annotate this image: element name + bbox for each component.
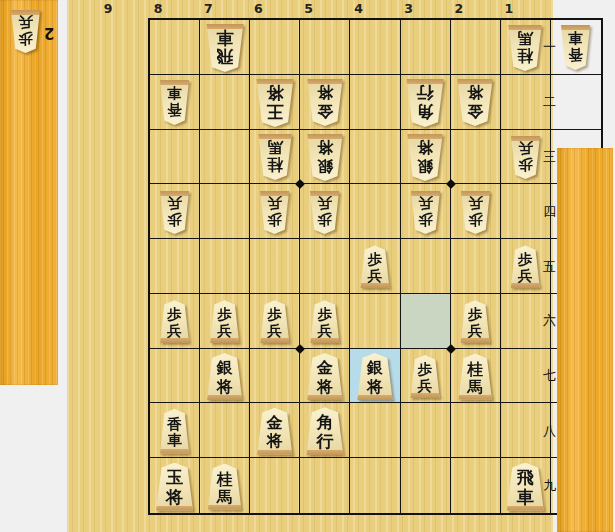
piece-kanji: 歩 [268, 305, 283, 322]
square-52[interactable] [350, 75, 400, 130]
square-28[interactable] [501, 403, 551, 458]
piece-kanji: 車 [167, 431, 182, 448]
piece-kanji: 車 [517, 487, 534, 506]
square-37[interactable]: 桂馬 [451, 349, 501, 404]
piece-kanji: 銀 [367, 358, 383, 376]
piece-kanji: 歩 [318, 212, 333, 229]
square-91[interactable] [150, 20, 200, 75]
piece-kanji: 兵 [217, 322, 232, 339]
square-45[interactable] [401, 239, 451, 294]
square-61[interactable] [300, 20, 350, 75]
sente-pawn[interactable]: 歩兵 [208, 300, 241, 343]
square-53[interactable] [350, 130, 400, 185]
piece-kanji: 兵 [418, 195, 433, 212]
file-label-4: 4 [354, 1, 363, 16]
square-79[interactable] [250, 458, 300, 513]
sente-silver[interactable]: 銀将 [355, 353, 395, 400]
piece-kanji: 歩 [318, 305, 333, 322]
square-76[interactable]: 歩兵 [250, 294, 300, 349]
square-66[interactable]: 歩兵 [300, 294, 350, 349]
square-12[interactable] [551, 75, 601, 130]
square-86[interactable]: 歩兵 [200, 294, 250, 349]
piece-kanji: 歩 [167, 212, 182, 229]
square-34[interactable]: 歩兵 [451, 184, 501, 239]
piece-kanji: 銀 [317, 157, 333, 175]
piece-kanji: 馬 [467, 377, 483, 395]
piece-kanji: 将 [317, 84, 333, 102]
piece-kanji: 歩 [217, 305, 232, 322]
piece-kanji: 銀 [217, 358, 233, 376]
file-label-2: 2 [454, 1, 463, 16]
piece-kanji: 将 [267, 431, 283, 449]
square-31[interactable] [451, 20, 501, 75]
file-label-6: 6 [254, 1, 263, 16]
square-55[interactable]: 歩兵 [350, 239, 400, 294]
square-84[interactable] [200, 184, 250, 239]
square-51[interactable] [350, 20, 400, 75]
piece-kanji: 兵 [368, 267, 383, 284]
gote-pawn[interactable]: 歩兵 [258, 191, 291, 234]
square-64[interactable]: 歩兵 [300, 184, 350, 239]
square-54[interactable] [350, 184, 400, 239]
piece-kanji: 香 [569, 48, 584, 65]
square-27[interactable] [501, 349, 551, 404]
square-93[interactable] [150, 130, 200, 185]
piece-kanji: 桂 [518, 48, 534, 66]
square-43[interactable]: 銀将 [401, 130, 451, 185]
sente-pawn[interactable]: 歩兵 [258, 300, 291, 343]
sente-gold[interactable]: 金将 [305, 353, 345, 400]
gote-lance[interactable]: 香車 [158, 80, 191, 125]
gote-pawn[interactable]: 歩兵 [158, 191, 191, 234]
square-25[interactable]: 歩兵 [501, 239, 551, 294]
sente-knight[interactable]: 桂馬 [456, 354, 494, 400]
sente-rook[interactable]: 飛車 [504, 463, 546, 511]
piece-kanji: 香 [167, 103, 182, 120]
piece-kanji: 兵 [268, 322, 283, 339]
square-23[interactable]: 歩兵 [501, 130, 551, 185]
gote-lance[interactable]: 香車 [559, 25, 592, 70]
piece-kanji: 行 [316, 431, 333, 450]
gote-gold[interactable]: 金将 [305, 79, 345, 126]
shogi-board: 987654321 一二三四五六七八九 飛車桂馬香車香車王将金将角行金将桂馬銀将… [67, 0, 553, 532]
square-22[interactable] [501, 75, 551, 130]
square-68[interactable]: 角行 [300, 403, 350, 458]
sente-knight[interactable]: 桂馬 [206, 464, 244, 510]
square-97[interactable] [150, 349, 200, 404]
piece-kanji: 銀 [417, 157, 433, 175]
piece-kanji: 桂 [467, 359, 483, 377]
piece-kanji: 金 [317, 358, 333, 376]
piece-kanji: 馬 [267, 140, 283, 158]
gote-hand-pawn-count: 2 [44, 24, 54, 42]
gote-pawn[interactable]: 歩兵 [459, 191, 492, 234]
sente-bishop[interactable]: 角行 [304, 407, 346, 455]
square-82[interactable] [200, 75, 250, 130]
piece-kanji: 歩 [268, 212, 283, 229]
square-94[interactable]: 歩兵 [150, 184, 200, 239]
piece-kanji: 歩 [468, 305, 483, 322]
gote-bishop[interactable]: 角行 [404, 79, 446, 127]
piece-kanji: 将 [317, 139, 333, 157]
piece-kanji: 将 [367, 377, 383, 395]
file-label-1: 1 [505, 1, 514, 16]
gote-pawn[interactable]: 歩兵 [509, 136, 542, 179]
square-46-last-move-origin[interactable] [401, 294, 451, 349]
square-85[interactable] [200, 239, 250, 294]
square-32[interactable]: 金将 [451, 75, 501, 130]
square-98[interactable]: 香車 [150, 403, 200, 458]
piece-kanji: 歩 [468, 212, 483, 229]
piece-kanji: 将 [317, 377, 333, 395]
square-95[interactable] [150, 239, 200, 294]
gote-silver[interactable]: 銀将 [305, 134, 345, 181]
square-71[interactable] [250, 20, 300, 75]
sente-pawn[interactable]: 歩兵 [158, 300, 191, 343]
square-62[interactable]: 金将 [300, 75, 350, 130]
piece-kanji: 歩 [518, 250, 533, 267]
square-73[interactable]: 桂馬 [250, 130, 300, 185]
piece-kanji: 兵 [18, 15, 33, 32]
piece-kanji: 金 [267, 413, 283, 431]
piece-kanji: 角 [417, 103, 434, 122]
file-label-5: 5 [304, 1, 313, 16]
piece-kanji: 車 [167, 86, 182, 103]
gote-knight[interactable]: 桂馬 [256, 134, 294, 180]
gote-gold[interactable]: 金将 [455, 79, 495, 126]
sente-pawn[interactable]: 歩兵 [308, 300, 341, 343]
square-11[interactable]: 香車 [551, 20, 601, 75]
square-41[interactable] [401, 20, 451, 75]
piece-kanji: 歩 [167, 305, 182, 322]
piece-kanji: 金 [467, 103, 483, 121]
gote-knight[interactable]: 桂馬 [506, 25, 544, 71]
piece-kanji: 歩 [518, 157, 533, 174]
square-83[interactable] [200, 130, 250, 185]
piece-kanji: 角 [316, 412, 333, 431]
square-48[interactable] [401, 403, 451, 458]
square-56[interactable] [350, 294, 400, 349]
gote-rook[interactable]: 飛車 [204, 24, 246, 72]
piece-kanji: 将 [217, 377, 233, 395]
gote-pawn[interactable]: 歩兵 [9, 10, 42, 53]
square-74[interactable]: 歩兵 [250, 184, 300, 239]
square-81[interactable]: 飛車 [200, 20, 250, 75]
piece-kanji: 将 [166, 487, 183, 506]
square-69[interactable] [300, 458, 350, 513]
sente-pawn[interactable]: 歩兵 [459, 300, 492, 343]
square-49[interactable] [401, 458, 451, 513]
file-label-8: 8 [154, 1, 163, 16]
square-47[interactable]: 歩兵 [401, 349, 451, 404]
piece-kanji: 行 [417, 83, 434, 102]
square-88[interactable] [200, 403, 250, 458]
piece-kanji: 車 [216, 29, 233, 48]
sente-silver[interactable]: 銀将 [205, 353, 245, 400]
gote-hand-pawn[interactable]: 歩兵 [9, 8, 42, 53]
square-59[interactable] [350, 458, 400, 513]
file-label-9: 9 [104, 1, 113, 16]
square-65[interactable] [300, 239, 350, 294]
piece-kanji: 歩 [418, 360, 433, 377]
square-57-last-move-destination[interactable]: 銀将 [350, 349, 400, 404]
piece-kanji: 歩 [18, 32, 33, 49]
piece-kanji: 歩 [418, 212, 433, 229]
piece-kanji: 兵 [518, 267, 533, 284]
square-87[interactable]: 銀将 [200, 349, 250, 404]
square-38[interactable] [451, 403, 501, 458]
square-21[interactable]: 桂馬 [501, 20, 551, 75]
square-63[interactable]: 銀将 [300, 130, 350, 185]
gote-pawn[interactable]: 歩兵 [409, 191, 442, 234]
piece-kanji: 将 [417, 139, 433, 157]
piece-kanji: 車 [569, 31, 584, 48]
gote-pawn[interactable]: 歩兵 [308, 191, 341, 234]
square-77[interactable] [250, 349, 300, 404]
piece-kanji: 玉 [166, 467, 183, 486]
piece-kanji: 桂 [217, 469, 233, 487]
piece-kanji: 桂 [267, 157, 283, 175]
piece-kanji: 飛 [517, 467, 534, 486]
piece-kanji: 馬 [217, 487, 233, 505]
square-75[interactable] [250, 239, 300, 294]
square-96[interactable]: 歩兵 [150, 294, 200, 349]
square-58[interactable] [350, 403, 400, 458]
file-label-7: 7 [204, 1, 213, 16]
piece-kanji: 飛 [216, 48, 233, 67]
sente-pawn[interactable]: 歩兵 [409, 355, 442, 398]
piece-kanji: 馬 [518, 30, 534, 48]
square-67[interactable]: 金将 [300, 349, 350, 404]
square-44[interactable]: 歩兵 [401, 184, 451, 239]
file-label-3: 3 [404, 1, 413, 16]
square-78[interactable]: 金将 [250, 403, 300, 458]
piece-kanji: 兵 [268, 195, 283, 212]
piece-kanji: 兵 [318, 195, 333, 212]
gote-komadai: 歩兵2 [0, 0, 58, 385]
piece-kanji: 兵 [167, 195, 182, 212]
piece-kanji: 兵 [468, 322, 483, 339]
square-42[interactable]: 角行 [401, 75, 451, 130]
square-29[interactable]: 飛車 [501, 458, 551, 513]
square-99[interactable]: 玉将 [150, 458, 200, 513]
piece-kanji: 兵 [318, 322, 333, 339]
piece-kanji: 兵 [167, 322, 182, 339]
sente-pawn[interactable]: 歩兵 [358, 245, 391, 288]
square-89[interactable]: 桂馬 [200, 458, 250, 513]
piece-kanji: 金 [317, 103, 333, 121]
piece-kanji: 兵 [518, 141, 533, 158]
sente-gold[interactable]: 金将 [255, 408, 295, 455]
piece-kanji: 歩 [368, 250, 383, 267]
gote-king[interactable]: 王将 [254, 79, 296, 127]
square-33[interactable] [451, 130, 501, 185]
square-26[interactable] [501, 294, 551, 349]
square-92[interactable]: 香車 [150, 75, 200, 130]
sente-komadai [557, 148, 613, 532]
piece-kanji: 香 [167, 415, 182, 432]
shogi-app: 歩兵2 987654321 一二三四五六七八九 飛車桂馬香車香車王将金将角行金将… [0, 0, 615, 532]
square-36[interactable]: 歩兵 [451, 294, 501, 349]
piece-kanji: 将 [467, 84, 483, 102]
piece-kanji: 兵 [418, 377, 433, 394]
sente-pawn[interactable]: 歩兵 [509, 245, 542, 288]
square-39[interactable] [451, 458, 501, 513]
square-35[interactable] [451, 239, 501, 294]
board-grid: 飛車桂馬香車香車王将金将角行金将桂馬銀将銀将歩兵歩兵歩兵歩兵歩兵歩兵歩兵歩兵歩兵… [148, 18, 603, 515]
piece-kanji: 王 [266, 103, 283, 122]
sente-lance[interactable]: 香車 [158, 409, 191, 454]
square-24[interactable] [501, 184, 551, 239]
sente-king[interactable]: 玉将 [154, 463, 196, 511]
gote-silver[interactable]: 銀将 [405, 134, 445, 181]
piece-kanji: 将 [266, 83, 283, 102]
piece-kanji: 兵 [468, 195, 483, 212]
square-72[interactable]: 王将 [250, 75, 300, 130]
